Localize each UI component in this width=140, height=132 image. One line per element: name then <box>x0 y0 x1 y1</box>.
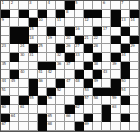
white-cell[interactable] <box>56 122 65 131</box>
white-cell[interactable]: 13 <box>121 18 130 27</box>
white-cell[interactable]: 27 <box>75 44 84 53</box>
clue-number: 8 <box>66 10 68 14</box>
white-cell[interactable] <box>84 1 93 10</box>
clue-number: 64 <box>11 114 15 118</box>
clue-number: 36 <box>57 62 61 66</box>
white-cell[interactable] <box>102 18 111 27</box>
black-cell <box>121 70 130 79</box>
black-cell <box>47 27 56 36</box>
black-cell <box>10 53 19 62</box>
white-cell[interactable]: 41 <box>38 70 47 79</box>
clue-number: 66 <box>66 114 70 118</box>
black-cell <box>56 10 65 19</box>
white-cell[interactable]: 20 <box>65 36 74 45</box>
white-cell[interactable] <box>130 79 139 88</box>
white-cell[interactable]: 55 <box>29 96 38 105</box>
black-cell <box>84 62 93 71</box>
white-cell[interactable] <box>111 114 120 123</box>
clue-number: 38 <box>93 62 97 66</box>
clue-number: 9 <box>2 18 4 22</box>
clue-number: 57 <box>84 96 88 100</box>
clue-number: 21 <box>84 36 88 40</box>
white-cell[interactable]: 61 <box>19 105 28 114</box>
white-cell[interactable] <box>84 70 93 79</box>
clue-number: 15 <box>29 27 33 31</box>
black-cell <box>65 53 74 62</box>
white-cell[interactable] <box>102 122 111 131</box>
white-cell[interactable] <box>111 70 120 79</box>
clue-number: 61 <box>20 105 24 109</box>
black-cell <box>121 96 130 105</box>
white-cell[interactable] <box>56 105 65 114</box>
white-cell[interactable] <box>56 96 65 105</box>
white-cell[interactable]: 18 <box>29 36 38 45</box>
clue-number: 4 <box>47 1 49 5</box>
black-cell <box>19 10 28 19</box>
black-cell <box>111 10 120 19</box>
black-cell <box>56 79 65 88</box>
white-cell[interactable]: 56 <box>47 96 56 105</box>
white-cell[interactable] <box>93 18 102 27</box>
white-cell[interactable]: 43 <box>102 70 111 79</box>
white-cell[interactable]: 23 <box>1 44 10 53</box>
black-cell <box>38 114 47 123</box>
black-cell <box>102 88 111 97</box>
white-cell[interactable]: 22 <box>93 36 102 45</box>
clue-number: 24 <box>20 44 24 48</box>
black-cell <box>29 79 38 88</box>
white-cell[interactable] <box>130 122 139 131</box>
white-cell[interactable]: 4 <box>47 1 56 10</box>
white-cell[interactable]: 66 <box>65 114 74 123</box>
white-cell[interactable] <box>93 1 102 10</box>
white-cell[interactable] <box>1 70 10 79</box>
white-cell[interactable] <box>38 36 47 45</box>
clue-number: 7 <box>121 1 123 5</box>
white-cell[interactable] <box>10 122 19 131</box>
white-cell[interactable] <box>19 114 28 123</box>
white-cell[interactable] <box>10 10 19 19</box>
black-cell <box>1 114 10 123</box>
clue-number: 10 <box>38 18 42 22</box>
white-cell[interactable] <box>102 44 111 53</box>
clue-number: 65 <box>47 114 51 118</box>
clue-number: 44 <box>2 79 6 83</box>
white-cell[interactable] <box>56 70 65 79</box>
clue-number: 1 <box>2 1 4 5</box>
black-cell <box>121 27 130 36</box>
black-cell <box>84 44 93 53</box>
white-cell[interactable]: 21 <box>84 36 93 45</box>
black-cell <box>19 36 28 45</box>
clue-number: 54 <box>121 88 125 92</box>
white-cell[interactable] <box>130 105 139 114</box>
white-cell[interactable] <box>29 10 38 19</box>
white-cell[interactable]: 67 <box>1 122 10 131</box>
black-cell <box>121 44 130 53</box>
white-cell[interactable]: 33 <box>75 53 84 62</box>
white-cell[interactable]: 47 <box>65 79 74 88</box>
black-cell <box>19 27 28 36</box>
white-cell[interactable] <box>56 27 65 36</box>
clue-number: 53 <box>84 88 88 92</box>
clue-number: 68 <box>47 122 51 126</box>
clue-number: 13 <box>121 18 125 22</box>
white-cell[interactable]: 65 <box>47 114 56 123</box>
white-cell[interactable]: 31 <box>29 53 38 62</box>
white-cell[interactable] <box>130 88 139 97</box>
clue-number: 46 <box>38 79 42 83</box>
black-cell <box>10 70 19 79</box>
white-cell[interactable] <box>102 10 111 19</box>
clue-number: 14 <box>130 18 134 22</box>
white-cell[interactable] <box>65 122 74 131</box>
white-cell[interactable]: 44 <box>1 79 10 88</box>
white-cell[interactable] <box>121 36 130 45</box>
clue-number: 48 <box>75 79 79 83</box>
white-cell[interactable]: 12 <box>84 18 93 27</box>
black-cell <box>38 122 47 131</box>
clue-number: 67 <box>2 122 6 126</box>
black-cell <box>75 122 84 131</box>
white-cell[interactable] <box>38 1 47 10</box>
white-cell[interactable] <box>84 53 93 62</box>
white-cell[interactable] <box>84 27 93 36</box>
white-cell[interactable] <box>102 62 111 71</box>
clue-number: 28 <box>93 44 97 48</box>
black-cell <box>111 53 120 62</box>
clue-number: 17 <box>103 27 107 31</box>
clue-number: 34 <box>121 53 125 57</box>
black-cell <box>29 44 38 53</box>
white-cell[interactable] <box>65 70 74 79</box>
clue-number: 26 <box>66 44 70 48</box>
black-cell <box>75 96 84 105</box>
white-cell[interactable] <box>111 122 120 131</box>
black-cell <box>10 36 19 45</box>
white-cell[interactable]: 16 <box>75 27 84 36</box>
white-cell[interactable] <box>38 105 47 114</box>
clue-number: 60 <box>2 105 6 109</box>
white-cell[interactable]: 39 <box>111 62 120 71</box>
white-cell[interactable]: 50 <box>121 79 130 88</box>
white-cell[interactable] <box>47 10 56 19</box>
white-cell[interactable]: 37 <box>65 62 74 71</box>
clue-number: 25 <box>38 44 42 48</box>
clue-number: 11 <box>57 18 61 22</box>
white-cell[interactable]: 46 <box>38 79 47 88</box>
clue-number: 2 <box>11 1 13 5</box>
white-cell[interactable]: 14 <box>130 18 139 27</box>
white-cell[interactable]: 32 <box>56 53 65 62</box>
clue-number: 45 <box>11 79 15 83</box>
black-cell <box>111 18 120 27</box>
white-cell[interactable]: 6 <box>102 1 111 10</box>
black-cell <box>38 96 47 105</box>
white-cell[interactable] <box>75 10 84 19</box>
white-cell[interactable] <box>84 105 93 114</box>
white-cell[interactable] <box>1 27 10 36</box>
white-cell[interactable] <box>38 27 47 36</box>
black-cell <box>93 88 102 97</box>
white-cell[interactable] <box>29 70 38 79</box>
crossword-puzzle: 1234567891011121314151617181920212223242… <box>0 0 140 132</box>
clue-number: 42 <box>47 70 51 74</box>
clue-number: 39 <box>112 62 116 66</box>
clue-number: 33 <box>75 53 79 57</box>
clue-number: 3 <box>29 1 31 5</box>
black-cell <box>47 62 56 71</box>
white-cell[interactable] <box>130 1 139 10</box>
clue-number: 37 <box>66 62 70 66</box>
black-cell <box>102 105 111 114</box>
black-cell <box>84 10 93 19</box>
black-cell <box>65 1 74 10</box>
white-cell[interactable]: 2 <box>10 1 19 10</box>
white-cell[interactable]: 17 <box>102 27 111 36</box>
clue-number: 41 <box>38 70 42 74</box>
white-cell[interactable]: 24 <box>19 44 28 53</box>
white-cell[interactable] <box>10 105 19 114</box>
crossword-board: 1234567891011121314151617181920212223242… <box>0 0 140 132</box>
white-cell[interactable] <box>121 10 130 19</box>
white-cell[interactable] <box>47 79 56 88</box>
white-cell[interactable]: 25 <box>38 44 47 53</box>
clue-number: 30 <box>20 53 24 57</box>
white-cell[interactable] <box>29 114 38 123</box>
white-cell[interactable] <box>130 114 139 123</box>
clue-number: 56 <box>47 96 51 100</box>
black-cell <box>121 114 130 123</box>
white-cell[interactable]: 10 <box>38 18 47 27</box>
clue-number: 29 <box>130 44 134 48</box>
white-cell[interactable] <box>1 36 10 45</box>
white-cell[interactable] <box>75 114 84 123</box>
clue-number: 62 <box>75 105 79 109</box>
white-cell[interactable] <box>111 27 120 36</box>
white-cell[interactable]: 51 <box>1 88 10 97</box>
white-cell[interactable] <box>29 105 38 114</box>
clue-number: 59 <box>112 96 116 100</box>
white-cell[interactable]: 9 <box>1 18 10 27</box>
black-cell <box>38 62 47 71</box>
white-cell[interactable] <box>65 96 74 105</box>
clue-number: 43 <box>103 70 107 74</box>
white-cell[interactable]: 11 <box>56 18 65 27</box>
clue-number: 32 <box>57 53 61 57</box>
white-cell[interactable] <box>47 105 56 114</box>
white-cell[interactable]: 8 <box>65 10 74 19</box>
clue-number: 12 <box>84 18 88 22</box>
white-cell[interactable] <box>19 18 28 27</box>
white-cell[interactable] <box>121 105 130 114</box>
white-cell[interactable]: 3 <box>29 1 38 10</box>
white-cell[interactable] <box>56 114 65 123</box>
black-cell <box>75 70 84 79</box>
white-cell[interactable]: 36 <box>56 62 65 71</box>
white-cell[interactable] <box>56 1 65 10</box>
white-cell[interactable]: 58 <box>93 96 102 105</box>
white-cell[interactable] <box>75 88 84 97</box>
clue-number: 19 <box>47 36 51 40</box>
white-cell[interactable] <box>130 53 139 62</box>
white-cell[interactable]: 49 <box>93 79 102 88</box>
black-cell <box>93 70 102 79</box>
white-cell[interactable]: 42 <box>47 70 56 79</box>
white-cell[interactable]: 29 <box>130 44 139 53</box>
clue-number: 5 <box>75 1 77 5</box>
white-cell[interactable]: 40 <box>19 70 28 79</box>
clue-number: 35 <box>2 62 6 66</box>
white-cell[interactable]: 63 <box>111 105 120 114</box>
black-cell <box>56 44 65 53</box>
white-cell[interactable]: 52 <box>56 88 65 97</box>
white-cell[interactable] <box>19 79 28 88</box>
white-cell[interactable] <box>1 53 10 62</box>
white-cell[interactable]: 35 <box>1 62 10 71</box>
clue-number: 58 <box>93 96 97 100</box>
white-cell[interactable]: 38 <box>93 62 102 71</box>
clue-number: 22 <box>93 36 97 40</box>
white-cell[interactable]: 59 <box>111 96 120 105</box>
white-cell[interactable] <box>19 122 28 131</box>
black-cell <box>10 27 19 36</box>
black-cell <box>1 96 10 105</box>
white-cell[interactable] <box>111 44 120 53</box>
black-cell <box>75 36 84 45</box>
white-cell[interactable]: 60 <box>1 105 10 114</box>
white-cell[interactable] <box>19 1 28 10</box>
white-cell[interactable]: 68 <box>47 122 56 131</box>
black-cell <box>121 62 130 71</box>
white-cell[interactable] <box>111 1 120 10</box>
white-cell[interactable]: 1 <box>1 1 10 10</box>
black-cell <box>65 105 74 114</box>
clue-number: 27 <box>75 44 79 48</box>
black-cell <box>47 88 56 97</box>
white-cell[interactable] <box>102 36 111 45</box>
black-cell <box>93 10 102 19</box>
black-cell <box>93 53 102 62</box>
black-cell <box>1 10 10 19</box>
white-cell[interactable] <box>47 53 56 62</box>
clue-number: 18 <box>29 36 33 40</box>
white-cell[interactable] <box>93 114 102 123</box>
white-cell[interactable] <box>38 53 47 62</box>
white-cell[interactable] <box>130 70 139 79</box>
white-cell[interactable]: 28 <box>93 44 102 53</box>
clue-number: 23 <box>2 44 6 48</box>
black-cell <box>130 36 139 45</box>
white-cell[interactable] <box>102 53 111 62</box>
black-cell <box>84 114 93 123</box>
black-cell <box>19 96 28 105</box>
white-cell[interactable] <box>10 96 19 105</box>
clue-number: 20 <box>66 36 70 40</box>
white-cell[interactable] <box>56 36 65 45</box>
white-cell[interactable]: 7 <box>121 1 130 10</box>
white-cell[interactable]: 30 <box>19 53 28 62</box>
clue-number: 52 <box>57 88 61 92</box>
white-cell[interactable]: 5 <box>75 1 84 10</box>
clue-number: 40 <box>20 70 24 74</box>
clue-number: 47 <box>66 79 70 83</box>
black-cell <box>29 88 38 97</box>
white-cell[interactable]: 53 <box>84 88 93 97</box>
black-cell <box>111 79 120 88</box>
clue-number: 51 <box>2 88 6 92</box>
white-cell[interactable] <box>10 18 19 27</box>
clue-number: 6 <box>103 1 105 5</box>
white-cell[interactable] <box>19 62 28 71</box>
white-cell[interactable] <box>10 62 19 71</box>
clue-number: 55 <box>29 96 33 100</box>
black-cell <box>38 10 47 19</box>
black-cell <box>93 27 102 36</box>
white-cell[interactable] <box>130 96 139 105</box>
white-cell[interactable] <box>93 105 102 114</box>
black-cell <box>102 114 111 123</box>
white-cell[interactable] <box>65 18 74 27</box>
white-cell[interactable]: 64 <box>10 114 19 123</box>
white-cell[interactable]: 19 <box>47 36 56 45</box>
black-cell <box>84 79 93 88</box>
white-cell[interactable]: 57 <box>84 96 93 105</box>
clue-number: 63 <box>112 105 116 109</box>
clue-number: 69 <box>84 122 88 126</box>
clue-number: 31 <box>29 53 33 57</box>
white-cell[interactable] <box>102 96 111 105</box>
white-cell[interactable] <box>47 18 56 27</box>
white-cell[interactable] <box>47 44 56 53</box>
white-cell[interactable]: 48 <box>75 79 84 88</box>
white-cell[interactable]: 54 <box>121 88 130 97</box>
white-cell[interactable]: 62 <box>75 105 84 114</box>
white-cell[interactable] <box>75 62 84 71</box>
white-cell[interactable]: 69 <box>84 122 93 131</box>
clue-number: 16 <box>75 27 79 31</box>
white-cell[interactable] <box>65 88 74 97</box>
white-cell[interactable] <box>29 62 38 71</box>
white-cell[interactable]: 15 <box>29 27 38 36</box>
clue-number: 49 <box>93 79 97 83</box>
black-cell <box>130 10 139 19</box>
white-cell[interactable] <box>75 18 84 27</box>
white-cell[interactable]: 34 <box>121 53 130 62</box>
white-cell[interactable] <box>130 27 139 36</box>
white-cell[interactable] <box>19 88 28 97</box>
white-cell[interactable] <box>10 44 19 53</box>
black-cell <box>65 27 74 36</box>
white-cell[interactable] <box>93 122 102 131</box>
white-cell[interactable] <box>38 88 47 97</box>
white-cell[interactable]: 26 <box>65 44 74 53</box>
black-cell <box>29 18 38 27</box>
white-cell[interactable] <box>130 62 139 71</box>
white-cell[interactable]: 45 <box>10 79 19 88</box>
white-cell[interactable] <box>121 122 130 131</box>
black-cell <box>111 88 120 97</box>
clue-number: 50 <box>121 79 125 83</box>
white-cell[interactable] <box>10 88 19 97</box>
black-cell <box>111 36 120 45</box>
white-cell[interactable] <box>29 122 38 131</box>
white-cell[interactable] <box>102 79 111 88</box>
